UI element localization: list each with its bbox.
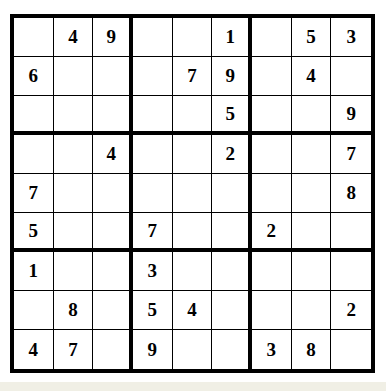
cell-r9c2[interactable]: 7	[54, 330, 94, 369]
cell-r9c7[interactable]: 3	[252, 330, 292, 369]
cell-r4c1[interactable]	[14, 135, 54, 174]
cell-r6c3[interactable]	[93, 213, 133, 252]
cell-r6c5[interactable]	[173, 213, 213, 252]
cell-r8c7[interactable]	[252, 291, 292, 330]
cell-r1c6[interactable]: 1	[212, 18, 252, 57]
cell-r5c8[interactable]	[292, 174, 332, 213]
cell-r1c4[interactable]	[133, 18, 173, 57]
cell-r3c1[interactable]	[14, 96, 54, 135]
cell-r9c3[interactable]	[93, 330, 133, 369]
cell-r7c5[interactable]	[173, 252, 213, 291]
cell-r7c7[interactable]	[252, 252, 292, 291]
cell-r9c5[interactable]	[173, 330, 213, 369]
cell-r8c5[interactable]: 4	[173, 291, 213, 330]
cell-r7c6[interactable]	[212, 252, 252, 291]
cell-r6c9[interactable]	[331, 213, 371, 252]
cell-r5c3[interactable]	[93, 174, 133, 213]
bottom-strip	[0, 382, 386, 391]
cell-r5c2[interactable]	[54, 174, 94, 213]
cell-r3c9[interactable]: 9	[331, 96, 371, 135]
cell-r8c6[interactable]	[212, 291, 252, 330]
cell-r3c3[interactable]	[93, 96, 133, 135]
cell-r6c7[interactable]: 2	[252, 213, 292, 252]
cell-r5c4[interactable]	[133, 174, 173, 213]
cell-r3c5[interactable]	[173, 96, 213, 135]
cell-r4c7[interactable]	[252, 135, 292, 174]
cell-r7c2[interactable]	[54, 252, 94, 291]
cell-r7c9[interactable]	[331, 252, 371, 291]
cell-r1c2[interactable]: 4	[54, 18, 94, 57]
cell-r4c9[interactable]: 7	[331, 135, 371, 174]
cell-r2c5[interactable]: 7	[173, 57, 213, 96]
cell-r6c4[interactable]: 7	[133, 213, 173, 252]
cell-r6c6[interactable]	[212, 213, 252, 252]
cell-r3c7[interactable]	[252, 96, 292, 135]
cell-r2c4[interactable]	[133, 57, 173, 96]
cell-r9c6[interactable]	[212, 330, 252, 369]
cell-r4c2[interactable]	[54, 135, 94, 174]
cell-r6c8[interactable]	[292, 213, 332, 252]
cell-r1c3[interactable]: 9	[93, 18, 133, 57]
cell-r2c6[interactable]: 9	[212, 57, 252, 96]
cell-r9c4[interactable]: 9	[133, 330, 173, 369]
cell-r3c2[interactable]	[54, 96, 94, 135]
cell-r2c9[interactable]	[331, 57, 371, 96]
cell-r5c5[interactable]	[173, 174, 213, 213]
cell-r4c6[interactable]: 2	[212, 135, 252, 174]
cell-r4c5[interactable]	[173, 135, 213, 174]
sudoku-board: 491536794594277857213854247938	[10, 14, 375, 373]
cell-r8c3[interactable]	[93, 291, 133, 330]
cell-r4c4[interactable]	[133, 135, 173, 174]
cell-r7c8[interactable]	[292, 252, 332, 291]
cell-r2c3[interactable]	[93, 57, 133, 96]
cell-r3c6[interactable]: 5	[212, 96, 252, 135]
cell-r8c8[interactable]	[292, 291, 332, 330]
sudoku-page: 491536794594277857213854247938	[0, 0, 386, 391]
cell-r6c1[interactable]: 5	[14, 213, 54, 252]
cell-r1c1[interactable]	[14, 18, 54, 57]
cell-r8c1[interactable]	[14, 291, 54, 330]
cell-r6c2[interactable]	[54, 213, 94, 252]
cell-r7c1[interactable]: 1	[14, 252, 54, 291]
cell-r4c8[interactable]	[292, 135, 332, 174]
cell-r8c4[interactable]: 5	[133, 291, 173, 330]
cell-r3c4[interactable]	[133, 96, 173, 135]
cell-r1c9[interactable]: 3	[331, 18, 371, 57]
cell-r5c6[interactable]	[212, 174, 252, 213]
cell-r1c7[interactable]	[252, 18, 292, 57]
cell-r9c8[interactable]: 8	[292, 330, 332, 369]
cell-r7c4[interactable]: 3	[133, 252, 173, 291]
cell-r9c1[interactable]: 4	[14, 330, 54, 369]
cell-r1c8[interactable]: 5	[292, 18, 332, 57]
cell-r5c9[interactable]: 8	[331, 174, 371, 213]
cell-r2c8[interactable]: 4	[292, 57, 332, 96]
cell-r8c9[interactable]: 2	[331, 291, 371, 330]
cell-r4c3[interactable]: 4	[93, 135, 133, 174]
cell-r2c2[interactable]	[54, 57, 94, 96]
cell-r5c1[interactable]: 7	[14, 174, 54, 213]
cell-r1c5[interactable]	[173, 18, 213, 57]
cell-r5c7[interactable]	[252, 174, 292, 213]
cell-r2c7[interactable]	[252, 57, 292, 96]
cell-r2c1[interactable]: 6	[14, 57, 54, 96]
cell-r3c8[interactable]	[292, 96, 332, 135]
cell-r7c3[interactable]	[93, 252, 133, 291]
cell-r9c9[interactable]	[331, 330, 371, 369]
cell-r8c2[interactable]: 8	[54, 291, 94, 330]
